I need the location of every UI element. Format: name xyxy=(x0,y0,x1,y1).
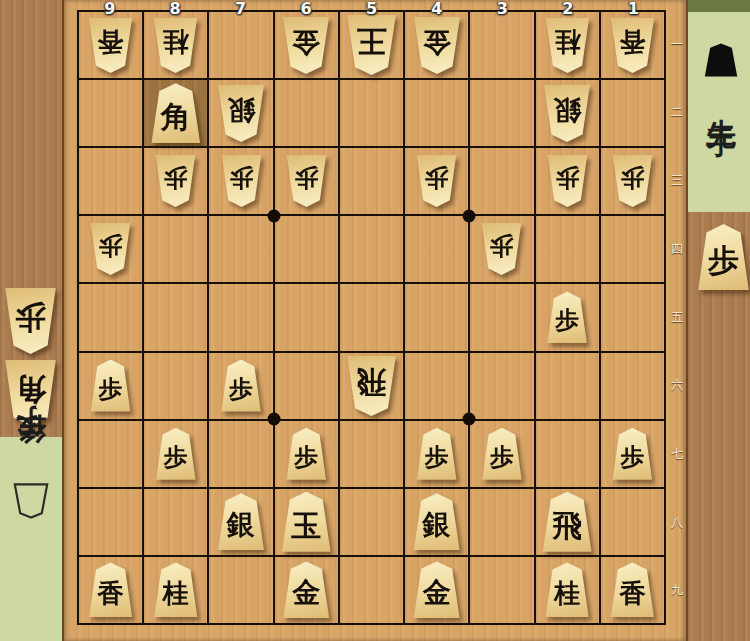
board-cell[interactable]: 歩 xyxy=(275,421,338,487)
board-cell[interactable] xyxy=(340,557,403,623)
shogi-piece-桂[interactable]: 桂 xyxy=(152,18,199,73)
shogi-piece-歩[interactable]: 歩 xyxy=(89,223,132,275)
board-cell[interactable] xyxy=(536,216,599,282)
board-cell[interactable] xyxy=(144,353,207,419)
board-cell[interactable]: 歩 xyxy=(275,148,338,214)
piece-kanji: 銀 xyxy=(423,511,451,539)
piece-kanji: 桂 xyxy=(163,580,189,606)
file-label: 8 xyxy=(142,0,207,19)
board-cell[interactable] xyxy=(340,489,403,555)
board-cell[interactable]: 歩 xyxy=(470,421,533,487)
board-cell[interactable]: 香 xyxy=(601,557,664,623)
shogi-piece-香[interactable]: 香 xyxy=(87,562,134,617)
board-cell[interactable] xyxy=(340,284,403,350)
shogi-piece-王[interactable]: 王 xyxy=(345,15,398,75)
board-cell[interactable] xyxy=(340,148,403,214)
piece-kanji: 銀 xyxy=(553,96,581,124)
piece-kanji: 歩 xyxy=(425,166,449,190)
shogi-piece-桂[interactable]: 桂 xyxy=(544,18,591,73)
piece-kanji: 金 xyxy=(292,579,320,607)
shogi-piece-銀[interactable]: 銀 xyxy=(412,493,462,550)
gote-label-rotated: 後手 xyxy=(0,437,62,641)
piece-kanji: 歩 xyxy=(164,166,188,190)
rank-label: 六 xyxy=(668,352,686,420)
file-label: 3 xyxy=(470,0,535,19)
board-cell[interactable]: 歩 xyxy=(601,148,664,214)
gote-hand-slot[interactable]: 角 xyxy=(3,360,58,426)
rank-labels: 一二三四五六七八九 xyxy=(668,10,686,625)
shogi-piece-香[interactable]: 香 xyxy=(609,18,656,73)
star-point xyxy=(268,413,281,426)
piece-kanji: 歩 xyxy=(164,445,188,469)
board-cell[interactable] xyxy=(275,216,338,282)
board-cell[interactable] xyxy=(470,284,533,350)
board-cell[interactable]: 歩 xyxy=(79,216,142,282)
board-cell[interactable]: 金 xyxy=(405,557,468,623)
board-cell[interactable]: 歩 xyxy=(405,421,468,487)
piece-kanji: 歩 xyxy=(708,245,739,276)
board-cell[interactable]: 王 xyxy=(340,12,403,78)
shogi-board: 987654321 香桂金王金桂香角銀銀歩歩歩歩歩歩歩歩歩歩歩飛歩歩歩歩歩銀玉銀… xyxy=(64,0,686,641)
shogi-piece-歩[interactable]: 歩 xyxy=(89,360,132,412)
piece-kanji: 歩 xyxy=(620,445,644,469)
piece-kanji: 角 xyxy=(15,374,46,405)
shogi-piece-歩[interactable]: 歩 xyxy=(480,223,523,275)
board-cell[interactable] xyxy=(340,421,403,487)
piece-kanji: 金 xyxy=(423,28,451,56)
shogi-piece-歩[interactable]: 歩 xyxy=(611,155,654,207)
sente-label: 先手 xyxy=(706,94,736,110)
rank-label: 九 xyxy=(668,557,686,625)
board-cell[interactable]: 桂 xyxy=(536,557,599,623)
board-cell[interactable] xyxy=(470,80,533,146)
shogi-piece-金[interactable]: 金 xyxy=(412,17,462,74)
rank-label: 七 xyxy=(668,420,686,488)
shogi-piece-銀[interactable]: 銀 xyxy=(216,85,266,142)
gote-area: 歩角 後手 xyxy=(0,0,64,641)
file-labels: 987654321 xyxy=(77,0,666,19)
piece-kanji: 飛 xyxy=(552,511,582,541)
file-label: 4 xyxy=(404,0,469,19)
board-cell[interactable] xyxy=(470,557,533,623)
board-cell[interactable] xyxy=(275,353,338,419)
shogi-piece-飛[interactable]: 飛 xyxy=(541,492,594,552)
file-label: 1 xyxy=(601,0,666,19)
piece-kanji: 歩 xyxy=(15,302,46,333)
piece-kanji: 香 xyxy=(619,29,645,55)
shogi-piece-歩[interactable]: 歩 xyxy=(285,428,328,480)
board-cell[interactable] xyxy=(536,421,599,487)
board-cell[interactable]: 桂 xyxy=(144,557,207,623)
shogi-piece-歩[interactable]: 歩 xyxy=(220,360,263,412)
board-cell[interactable] xyxy=(144,216,207,282)
piece-kanji: 歩 xyxy=(555,166,579,190)
board-cell[interactable]: 歩 xyxy=(470,216,533,282)
gote-piece-symbol-icon xyxy=(13,481,49,521)
board-cell[interactable] xyxy=(79,148,142,214)
board-cell[interactable] xyxy=(405,80,468,146)
board-cell[interactable]: 桂 xyxy=(536,12,599,78)
board-cell[interactable]: 金 xyxy=(275,12,338,78)
board-cell[interactable] xyxy=(209,557,272,623)
board-cell[interactable] xyxy=(209,421,272,487)
shogi-piece-歩[interactable]: 歩 xyxy=(154,155,197,207)
shogi-piece-玉[interactable]: 玉 xyxy=(280,492,333,552)
piece-kanji: 桂 xyxy=(163,29,189,55)
star-point xyxy=(463,413,476,426)
sente-hand-slot[interactable]: 歩 xyxy=(696,224,750,290)
shogi-piece-金[interactable]: 金 xyxy=(281,561,331,618)
piece-kanji: 香 xyxy=(619,580,645,606)
piece-kanji: 桂 xyxy=(554,29,580,55)
shogi-piece-歩[interactable]: 歩 xyxy=(415,428,458,480)
piece-kanji: 歩 xyxy=(620,166,644,190)
piece-kanji: 桂 xyxy=(554,580,580,606)
piece-kanji: 歩 xyxy=(99,377,123,401)
board-cell[interactable] xyxy=(275,284,338,350)
board-cell[interactable] xyxy=(209,216,272,282)
piece-kanji: 歩 xyxy=(555,308,579,332)
piece-kanji: 王 xyxy=(356,26,386,56)
board-cell[interactable] xyxy=(209,284,272,350)
board-cell[interactable]: 桂 xyxy=(144,12,207,78)
piece-kanji: 歩 xyxy=(490,445,514,469)
shogi-piece-銀[interactable]: 銀 xyxy=(542,85,592,142)
board-cell[interactable]: 飛 xyxy=(536,489,599,555)
board-cell[interactable]: 香 xyxy=(601,12,664,78)
shogi-piece-飛[interactable]: 飛 xyxy=(345,356,398,416)
board-cell[interactable] xyxy=(79,80,142,146)
board-cell[interactable] xyxy=(470,148,533,214)
piece-kanji: 歩 xyxy=(229,377,253,401)
rank-label: 五 xyxy=(668,283,686,351)
shogi-piece-桂[interactable]: 桂 xyxy=(152,562,199,617)
shogi-piece-銀[interactable]: 銀 xyxy=(216,493,266,550)
board-cell[interactable]: 歩 xyxy=(601,421,664,487)
shogi-piece-角[interactable]: 角 xyxy=(149,83,202,143)
star-point xyxy=(463,209,476,222)
board-cell[interactable] xyxy=(144,489,207,555)
shogi-piece-歩[interactable]: 歩 xyxy=(285,155,328,207)
board-cell[interactable]: 歩 xyxy=(209,148,272,214)
piece-kanji: 歩 xyxy=(294,166,318,190)
board-cell[interactable]: 飛 xyxy=(340,353,403,419)
file-label: 9 xyxy=(77,0,142,19)
board-cell[interactable]: 歩 xyxy=(209,353,272,419)
piece-kanji: 歩 xyxy=(490,234,514,258)
board-cell[interactable]: 銀 xyxy=(405,489,468,555)
board-cell[interactable] xyxy=(536,353,599,419)
board-cell[interactable] xyxy=(144,284,207,350)
shogi-piece-歩[interactable]: 歩 xyxy=(546,155,589,207)
board-cell[interactable]: 金 xyxy=(275,557,338,623)
file-label: 7 xyxy=(208,0,273,19)
board-cell[interactable] xyxy=(275,80,338,146)
board-cell[interactable] xyxy=(601,284,664,350)
shogi-piece-金[interactable]: 金 xyxy=(281,17,331,74)
shogi-piece-角[interactable]: 角 xyxy=(3,360,58,426)
piece-kanji: 銀 xyxy=(227,96,255,124)
piece-kanji: 歩 xyxy=(229,166,253,190)
board-cell[interactable] xyxy=(340,216,403,282)
board-cell[interactable] xyxy=(209,12,272,78)
piece-kanji: 角 xyxy=(161,102,191,132)
gote-label: 後手 xyxy=(16,453,46,469)
board-cell[interactable]: 歩 xyxy=(144,148,207,214)
board-cell[interactable] xyxy=(79,421,142,487)
file-label: 6 xyxy=(273,0,338,19)
piece-kanji: 金 xyxy=(423,579,451,607)
piece-kanji: 金 xyxy=(292,28,320,56)
board-cell[interactable] xyxy=(601,489,664,555)
board-cell[interactable]: 角 xyxy=(144,80,207,146)
board-cell[interactable]: 玉 xyxy=(275,489,338,555)
shogi-piece-香[interactable]: 香 xyxy=(87,18,134,73)
shogi-piece-香[interactable]: 香 xyxy=(609,562,656,617)
board-cell[interactable]: 歩 xyxy=(144,421,207,487)
piece-kanji: 歩 xyxy=(294,445,318,469)
file-label: 5 xyxy=(339,0,404,19)
shogi-piece-歩[interactable]: 歩 xyxy=(3,288,58,354)
board-grid: 香桂金王金桂香角銀銀歩歩歩歩歩歩歩歩歩歩歩飛歩歩歩歩歩銀玉銀飛香桂金金桂香 xyxy=(77,10,666,625)
piece-kanji: 歩 xyxy=(425,445,449,469)
board-cell[interactable] xyxy=(405,216,468,282)
shogi-piece-歩[interactable]: 歩 xyxy=(546,291,589,343)
shogi-piece-歩[interactable]: 歩 xyxy=(154,428,197,480)
board-cell[interactable] xyxy=(79,489,142,555)
board-cell[interactable] xyxy=(601,80,664,146)
rank-label: 八 xyxy=(668,488,686,556)
board-cell[interactable]: 銀 xyxy=(209,80,272,146)
board-cell[interactable]: 歩 xyxy=(79,353,142,419)
board-cell[interactable] xyxy=(601,353,664,419)
rank-label: 一 xyxy=(668,10,686,78)
board-cell[interactable]: 歩 xyxy=(536,148,599,214)
shogi-piece-桂[interactable]: 桂 xyxy=(544,562,591,617)
sente-piece-symbol-icon xyxy=(703,40,739,80)
shogi-piece-歩[interactable]: 歩 xyxy=(480,428,523,480)
shogi-piece-金[interactable]: 金 xyxy=(412,561,462,618)
sente-area: 先手 歩 xyxy=(686,0,750,641)
piece-kanji: 飛 xyxy=(356,367,386,397)
gote-hand-slot[interactable]: 歩 xyxy=(3,288,58,354)
sente-label-panel: 先手 xyxy=(688,0,750,212)
piece-kanji: 玉 xyxy=(291,511,321,541)
board-cell[interactable] xyxy=(470,12,533,78)
board-cell[interactable]: 歩 xyxy=(536,284,599,350)
board-cell[interactable] xyxy=(79,284,142,350)
board-cell[interactable]: 銀 xyxy=(209,489,272,555)
shogi-piece-歩[interactable]: 歩 xyxy=(696,224,750,290)
board-cell[interactable] xyxy=(340,80,403,146)
board-cell[interactable]: 銀 xyxy=(536,80,599,146)
board-cell[interactable]: 香 xyxy=(79,557,142,623)
rank-label: 四 xyxy=(668,215,686,283)
board-cell[interactable]: 香 xyxy=(79,12,142,78)
shogi-piece-歩[interactable]: 歩 xyxy=(220,155,263,207)
piece-kanji: 香 xyxy=(98,580,124,606)
piece-kanji: 銀 xyxy=(227,511,255,539)
rank-label: 二 xyxy=(668,78,686,146)
file-label: 2 xyxy=(535,0,600,19)
shogi-piece-歩[interactable]: 歩 xyxy=(415,155,458,207)
piece-kanji: 歩 xyxy=(99,234,123,258)
board-cell[interactable]: 歩 xyxy=(405,148,468,214)
board-cell[interactable] xyxy=(405,353,468,419)
star-point xyxy=(268,209,281,222)
shogi-app: 歩角 後手 987654321 香桂金王金桂香角銀銀歩歩歩歩歩歩歩歩歩歩歩飛歩歩… xyxy=(0,0,750,641)
piece-kanji: 香 xyxy=(98,29,124,55)
board-cell[interactable] xyxy=(470,353,533,419)
board-cell[interactable] xyxy=(470,489,533,555)
shogi-piece-歩[interactable]: 歩 xyxy=(611,428,654,480)
board-cell[interactable] xyxy=(405,284,468,350)
board-cell[interactable]: 金 xyxy=(405,12,468,78)
board-cell[interactable] xyxy=(601,216,664,282)
rank-label: 三 xyxy=(668,147,686,215)
gote-label-panel: 後手 xyxy=(0,437,62,641)
